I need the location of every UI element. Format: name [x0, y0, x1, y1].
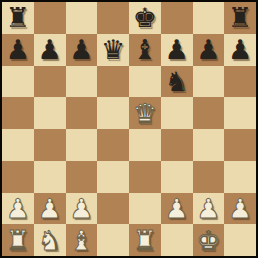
- black-bishop[interactable]: ♝: [133, 34, 157, 65]
- board-frame: ♜♚♜♟♟♟♛♝♟♟♟♞♛♟♟♟♟♟♟♜♞♝♜♚: [0, 0, 258, 258]
- black-knight[interactable]: ♞: [165, 66, 189, 97]
- square-b8[interactable]: [34, 2, 66, 34]
- square-c1[interactable]: ♝: [66, 224, 98, 256]
- square-d8[interactable]: [97, 2, 129, 34]
- square-h3[interactable]: [224, 161, 256, 193]
- square-c7[interactable]: ♟: [66, 34, 98, 66]
- square-c4[interactable]: [66, 129, 98, 161]
- square-f2[interactable]: ♟: [161, 193, 193, 225]
- black-pawn[interactable]: ♟: [196, 34, 220, 65]
- white-knight[interactable]: ♞: [38, 225, 62, 256]
- square-d3[interactable]: [97, 161, 129, 193]
- square-e8[interactable]: ♚: [129, 2, 161, 34]
- square-d2[interactable]: [97, 193, 129, 225]
- square-d7[interactable]: ♛: [97, 34, 129, 66]
- square-h7[interactable]: ♟: [224, 34, 256, 66]
- black-pawn[interactable]: ♟: [69, 34, 93, 65]
- square-d6[interactable]: [97, 66, 129, 98]
- square-b1[interactable]: ♞: [34, 224, 66, 256]
- black-queen[interactable]: ♛: [101, 34, 125, 65]
- square-d1[interactable]: [97, 224, 129, 256]
- square-b7[interactable]: ♟: [34, 34, 66, 66]
- square-a2[interactable]: ♟: [2, 193, 34, 225]
- white-pawn[interactable]: ♟: [69, 193, 93, 224]
- square-c6[interactable]: [66, 66, 98, 98]
- white-rook[interactable]: ♜: [133, 225, 157, 256]
- white-queen[interactable]: ♛: [133, 98, 157, 129]
- square-f6[interactable]: ♞: [161, 66, 193, 98]
- square-h6[interactable]: [224, 66, 256, 98]
- white-bishop[interactable]: ♝: [69, 225, 93, 256]
- square-d5[interactable]: [97, 97, 129, 129]
- square-h4[interactable]: [224, 129, 256, 161]
- square-h8[interactable]: ♜: [224, 2, 256, 34]
- square-f1[interactable]: [161, 224, 193, 256]
- white-king[interactable]: ♚: [196, 225, 220, 256]
- square-g1[interactable]: ♚: [193, 224, 225, 256]
- square-f7[interactable]: ♟: [161, 34, 193, 66]
- square-e7[interactable]: ♝: [129, 34, 161, 66]
- square-g7[interactable]: ♟: [193, 34, 225, 66]
- square-g4[interactable]: [193, 129, 225, 161]
- black-pawn[interactable]: ♟: [38, 34, 62, 65]
- black-pawn[interactable]: ♟: [6, 34, 30, 65]
- square-g2[interactable]: ♟: [193, 193, 225, 225]
- square-a3[interactable]: [2, 161, 34, 193]
- black-pawn[interactable]: ♟: [165, 34, 189, 65]
- chess-board: ♜♚♜♟♟♟♛♝♟♟♟♞♛♟♟♟♟♟♟♜♞♝♜♚: [2, 2, 256, 256]
- square-e1[interactable]: ♜: [129, 224, 161, 256]
- square-a5[interactable]: [2, 97, 34, 129]
- square-f3[interactable]: [161, 161, 193, 193]
- square-e4[interactable]: [129, 129, 161, 161]
- square-c8[interactable]: [66, 2, 98, 34]
- black-rook[interactable]: ♜: [6, 2, 30, 33]
- square-b6[interactable]: [34, 66, 66, 98]
- black-rook[interactable]: ♜: [228, 2, 252, 33]
- square-a1[interactable]: ♜: [2, 224, 34, 256]
- white-pawn[interactable]: ♟: [165, 193, 189, 224]
- square-a6[interactable]: [2, 66, 34, 98]
- square-b5[interactable]: [34, 97, 66, 129]
- square-g6[interactable]: [193, 66, 225, 98]
- black-pawn[interactable]: ♟: [228, 34, 252, 65]
- square-g5[interactable]: [193, 97, 225, 129]
- square-h1[interactable]: [224, 224, 256, 256]
- white-pawn[interactable]: ♟: [228, 193, 252, 224]
- square-d4[interactable]: [97, 129, 129, 161]
- square-c3[interactable]: [66, 161, 98, 193]
- square-f8[interactable]: [161, 2, 193, 34]
- square-b2[interactable]: ♟: [34, 193, 66, 225]
- black-king[interactable]: ♚: [133, 2, 157, 33]
- square-g3[interactable]: [193, 161, 225, 193]
- white-pawn[interactable]: ♟: [6, 193, 30, 224]
- square-e2[interactable]: [129, 193, 161, 225]
- square-a8[interactable]: ♜: [2, 2, 34, 34]
- square-b4[interactable]: [34, 129, 66, 161]
- square-g8[interactable]: [193, 2, 225, 34]
- square-h5[interactable]: [224, 97, 256, 129]
- square-c2[interactable]: ♟: [66, 193, 98, 225]
- square-e5[interactable]: ♛: [129, 97, 161, 129]
- square-b3[interactable]: [34, 161, 66, 193]
- square-e6[interactable]: [129, 66, 161, 98]
- square-f5[interactable]: [161, 97, 193, 129]
- square-c5[interactable]: [66, 97, 98, 129]
- square-a4[interactable]: [2, 129, 34, 161]
- square-h2[interactable]: ♟: [224, 193, 256, 225]
- square-a7[interactable]: ♟: [2, 34, 34, 66]
- white-pawn[interactable]: ♟: [38, 193, 62, 224]
- square-f4[interactable]: [161, 129, 193, 161]
- square-e3[interactable]: [129, 161, 161, 193]
- white-pawn[interactable]: ♟: [196, 193, 220, 224]
- white-rook[interactable]: ♜: [6, 225, 30, 256]
